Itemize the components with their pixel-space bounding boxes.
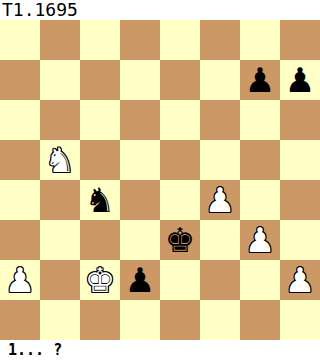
square-d3[interactable]: [120, 220, 160, 260]
black-pawn-piece: ♟: [125, 260, 155, 300]
square-f5[interactable]: [200, 140, 240, 180]
square-b3[interactable]: [40, 220, 80, 260]
square-c6[interactable]: [80, 100, 120, 140]
square-e1[interactable]: [160, 300, 200, 340]
puzzle-id: T1.1695: [0, 0, 320, 20]
square-d2[interactable]: ♟: [120, 260, 160, 300]
square-h4[interactable]: [280, 180, 320, 220]
square-h8[interactable]: [280, 20, 320, 60]
square-d5[interactable]: [120, 140, 160, 180]
white-pawn-piece: ♟: [205, 180, 235, 220]
square-h3[interactable]: [280, 220, 320, 260]
chess-board: ♟♟♞♞♟♚♟♟♚♟♟: [0, 20, 320, 340]
square-a7[interactable]: [0, 60, 40, 100]
square-d8[interactable]: [120, 20, 160, 60]
square-a6[interactable]: [0, 100, 40, 140]
square-e4[interactable]: [160, 180, 200, 220]
square-f3[interactable]: [200, 220, 240, 260]
white-knight-piece: ♞: [45, 140, 75, 180]
square-b1[interactable]: [40, 300, 80, 340]
square-f2[interactable]: [200, 260, 240, 300]
move-prompt: 1... ?: [0, 340, 320, 360]
square-e5[interactable]: [160, 140, 200, 180]
square-b7[interactable]: [40, 60, 80, 100]
square-f8[interactable]: [200, 20, 240, 60]
white-pawn-piece: ♟: [285, 260, 315, 300]
square-f6[interactable]: [200, 100, 240, 140]
white-pawn-piece: ♟: [5, 260, 35, 300]
white-pawn-piece: ♟: [245, 220, 275, 260]
square-d6[interactable]: [120, 100, 160, 140]
square-a2[interactable]: ♟: [0, 260, 40, 300]
square-g4[interactable]: [240, 180, 280, 220]
square-e6[interactable]: [160, 100, 200, 140]
square-b4[interactable]: [40, 180, 80, 220]
square-d7[interactable]: [120, 60, 160, 100]
square-f1[interactable]: [200, 300, 240, 340]
square-b2[interactable]: [40, 260, 80, 300]
square-f7[interactable]: [200, 60, 240, 100]
black-pawn-piece: ♟: [285, 60, 315, 100]
square-b5[interactable]: ♞: [40, 140, 80, 180]
square-a3[interactable]: [0, 220, 40, 260]
square-g8[interactable]: [240, 20, 280, 60]
square-e8[interactable]: [160, 20, 200, 60]
square-h6[interactable]: [280, 100, 320, 140]
square-h7[interactable]: ♟: [280, 60, 320, 100]
square-b6[interactable]: [40, 100, 80, 140]
square-c5[interactable]: [80, 140, 120, 180]
square-e7[interactable]: [160, 60, 200, 100]
black-king-piece: ♚: [165, 220, 195, 260]
square-g6[interactable]: [240, 100, 280, 140]
white-king-piece: ♚: [85, 260, 115, 300]
square-c4[interactable]: ♞: [80, 180, 120, 220]
square-a1[interactable]: [0, 300, 40, 340]
square-g1[interactable]: [240, 300, 280, 340]
square-d4[interactable]: [120, 180, 160, 220]
square-f4[interactable]: ♟: [200, 180, 240, 220]
square-e3[interactable]: ♚: [160, 220, 200, 260]
square-a5[interactable]: [0, 140, 40, 180]
square-g7[interactable]: ♟: [240, 60, 280, 100]
square-c3[interactable]: [80, 220, 120, 260]
square-g2[interactable]: [240, 260, 280, 300]
square-h1[interactable]: [280, 300, 320, 340]
square-c2[interactable]: ♚: [80, 260, 120, 300]
square-a4[interactable]: [0, 180, 40, 220]
square-e2[interactable]: [160, 260, 200, 300]
black-pawn-piece: ♟: [245, 60, 275, 100]
square-c8[interactable]: [80, 20, 120, 60]
black-knight-piece: ♞: [85, 180, 115, 220]
square-d1[interactable]: [120, 300, 160, 340]
square-g3[interactable]: ♟: [240, 220, 280, 260]
square-h2[interactable]: ♟: [280, 260, 320, 300]
square-c1[interactable]: [80, 300, 120, 340]
square-a8[interactable]: [0, 20, 40, 60]
square-b8[interactable]: [40, 20, 80, 60]
square-h5[interactable]: [280, 140, 320, 180]
square-g5[interactable]: [240, 140, 280, 180]
square-c7[interactable]: [80, 60, 120, 100]
